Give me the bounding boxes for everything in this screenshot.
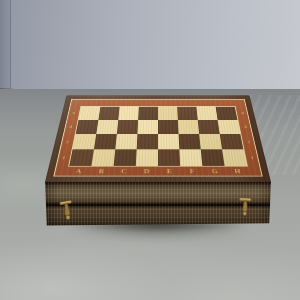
square-g4 [196, 107, 217, 120]
file-labels: ABCDEFGH [66, 167, 249, 176]
square-b3 [96, 120, 118, 134]
square-f4 [177, 107, 198, 120]
square-a1 [69, 149, 94, 165]
square-d4 [138, 107, 158, 120]
square-e4 [158, 107, 178, 120]
square-a3 [76, 120, 99, 134]
square-g1 [201, 149, 225, 165]
file-label-b: B [89, 168, 113, 175]
square-e3 [158, 120, 179, 134]
chess-board-top: ABCDEFGH 4321 4321 [45, 48, 271, 182]
brass-clasp-right[interactable] [236, 194, 255, 223]
file-label-e: E [158, 168, 181, 175]
square-d2 [137, 134, 158, 149]
square-e1 [158, 149, 180, 165]
square-c1 [114, 149, 137, 165]
square-c3 [117, 120, 138, 134]
square-a4 [79, 107, 101, 120]
file-label-f: F [181, 168, 204, 175]
square-g2 [199, 134, 222, 149]
square-e2 [158, 134, 179, 149]
square-f2 [179, 134, 201, 149]
square-f3 [178, 120, 199, 134]
square-d3 [137, 120, 158, 134]
square-h4 [216, 107, 238, 120]
file-label-c: C [112, 168, 135, 175]
board-face: ABCDEFGH 4321 4321 [45, 95, 271, 182]
square-g3 [198, 120, 220, 134]
square-c4 [118, 107, 139, 120]
file-label-a: A [67, 168, 91, 175]
square-c2 [115, 134, 137, 149]
file-label-d: D [135, 168, 158, 175]
square-a2 [73, 134, 97, 149]
square-h3 [218, 120, 241, 134]
file-label-g: G [203, 168, 227, 175]
square-d1 [136, 149, 158, 165]
file-label-h: H [226, 168, 250, 175]
square-h2 [220, 134, 244, 149]
checker-field [68, 106, 248, 166]
square-f1 [179, 149, 202, 165]
wall-corner [0, 0, 11, 100]
square-h1 [222, 149, 247, 165]
square-b4 [98, 107, 119, 120]
square-b1 [91, 149, 115, 165]
photo-scene: ABCDEFGH 4321 4321 [0, 0, 300, 300]
square-b2 [94, 134, 117, 149]
